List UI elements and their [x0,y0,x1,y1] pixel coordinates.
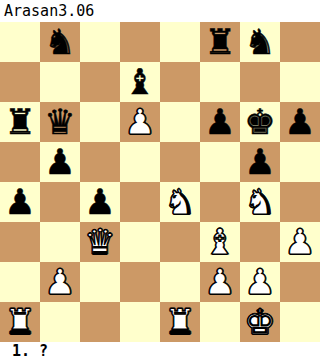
square-e8[interactable] [160,22,200,62]
white-knight: ♞ [244,182,275,222]
square-d7[interactable]: ♝ [120,62,160,102]
square-a1[interactable]: ♜ [0,302,40,342]
square-f5[interactable] [200,142,240,182]
square-f7[interactable] [200,62,240,102]
square-c8[interactable] [80,22,120,62]
square-g5[interactable]: ♟ [240,142,280,182]
square-e7[interactable] [160,62,200,102]
black-pawn: ♟ [204,102,235,142]
square-a6[interactable]: ♜ [0,102,40,142]
square-h7[interactable] [280,62,320,102]
white-king: ♚ [244,302,275,342]
square-c4[interactable]: ♟ [80,182,120,222]
square-b1[interactable] [40,302,80,342]
square-b3[interactable] [40,222,80,262]
square-d5[interactable] [120,142,160,182]
white-knight: ♞ [164,182,195,222]
black-rook: ♜ [4,102,35,142]
square-h5[interactable] [280,142,320,182]
square-a5[interactable] [0,142,40,182]
square-c2[interactable] [80,262,120,302]
square-b4[interactable] [40,182,80,222]
square-c3[interactable]: ♛ [80,222,120,262]
square-b2[interactable]: ♟ [40,262,80,302]
square-a8[interactable] [0,22,40,62]
square-c5[interactable] [80,142,120,182]
square-c1[interactable] [80,302,120,342]
title-bar: Arasan3.06 [0,0,320,22]
square-f3[interactable]: ♝ [200,222,240,262]
square-c7[interactable] [80,62,120,102]
square-h1[interactable] [280,302,320,342]
square-b6[interactable]: ♛ [40,102,80,142]
black-bishop: ♝ [124,62,155,102]
square-a3[interactable] [0,222,40,262]
square-f1[interactable] [200,302,240,342]
square-f4[interactable] [200,182,240,222]
square-b7[interactable] [40,62,80,102]
white-rook: ♜ [164,302,195,342]
white-pawn: ♟ [204,262,235,302]
black-knight: ♞ [244,22,275,62]
square-d4[interactable] [120,182,160,222]
square-d2[interactable] [120,262,160,302]
square-d6[interactable]: ♟ [120,102,160,142]
black-pawn: ♟ [284,102,315,142]
white-pawn: ♟ [124,102,155,142]
black-pawn: ♟ [84,182,115,222]
square-c6[interactable] [80,102,120,142]
square-f2[interactable]: ♟ [200,262,240,302]
white-pawn: ♟ [244,262,275,302]
white-queen: ♛ [84,222,115,262]
square-g8[interactable]: ♞ [240,22,280,62]
square-g2[interactable]: ♟ [240,262,280,302]
square-g3[interactable] [240,222,280,262]
black-pawn: ♟ [244,142,275,182]
square-g4[interactable]: ♞ [240,182,280,222]
square-h6[interactable]: ♟ [280,102,320,142]
black-rook: ♜ [204,22,235,62]
square-e4[interactable]: ♞ [160,182,200,222]
black-king: ♚ [244,102,275,142]
square-h4[interactable] [280,182,320,222]
square-a7[interactable] [0,62,40,102]
square-h8[interactable] [280,22,320,62]
black-queen: ♛ [44,102,75,142]
square-h3[interactable]: ♟ [280,222,320,262]
square-e3[interactable] [160,222,200,262]
white-pawn: ♟ [44,262,75,302]
window-title: Arasan3.06 [4,2,94,20]
square-e1[interactable]: ♜ [160,302,200,342]
square-b8[interactable]: ♞ [40,22,80,62]
white-pawn: ♟ [284,222,315,262]
square-h2[interactable] [280,262,320,302]
square-g1[interactable]: ♚ [240,302,280,342]
square-a4[interactable]: ♟ [0,182,40,222]
square-b5[interactable]: ♟ [40,142,80,182]
square-a2[interactable] [0,262,40,302]
square-e5[interactable] [160,142,200,182]
square-g6[interactable]: ♚ [240,102,280,142]
square-e6[interactable] [160,102,200,142]
square-d1[interactable] [120,302,160,342]
square-d3[interactable] [120,222,160,262]
black-pawn: ♟ [44,142,75,182]
square-d8[interactable] [120,22,160,62]
black-pawn: ♟ [4,182,35,222]
white-rook: ♜ [4,302,35,342]
move-prompt: 1. ? [12,342,48,360]
black-knight: ♞ [44,22,75,62]
chess-board: ♞♜♞♝♜♛♟♟♚♟♟♟♟♟♞♞♛♝♟♟♟♟♜♜♚ [0,22,320,342]
square-f8[interactable]: ♜ [200,22,240,62]
status-bar: 1. ? [0,342,320,360]
square-g7[interactable] [240,62,280,102]
white-bishop: ♝ [204,222,235,262]
square-e2[interactable] [160,262,200,302]
square-f6[interactable]: ♟ [200,102,240,142]
